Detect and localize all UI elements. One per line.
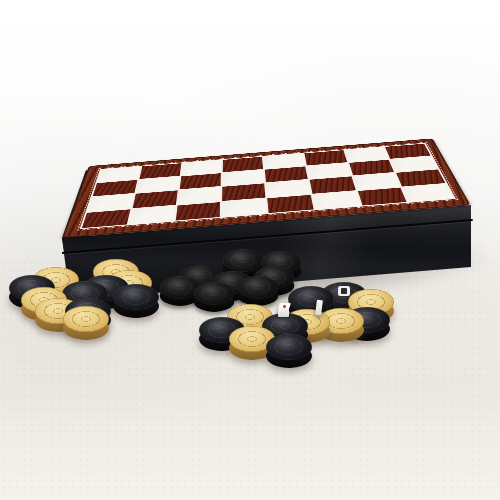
checker-piece-cream[interactable] <box>63 306 109 340</box>
checker-top <box>63 306 109 332</box>
checker-piece-black[interactable] <box>113 284 159 318</box>
board-square <box>267 195 313 213</box>
checker-top <box>113 284 159 310</box>
die-pip <box>283 305 286 308</box>
board-square <box>175 202 220 221</box>
product-photo-scene <box>0 0 500 500</box>
board-square <box>402 184 453 202</box>
checker-top <box>238 276 278 299</box>
checker-top <box>194 282 234 305</box>
checker-piece-black[interactable] <box>266 334 312 368</box>
board-square <box>357 187 406 205</box>
checker-top <box>266 334 312 360</box>
board-square <box>222 198 267 217</box>
mini-die[interactable] <box>278 303 290 318</box>
mini-die[interactable] <box>316 300 322 315</box>
die-front-face <box>278 308 289 317</box>
die-front-face <box>315 300 323 316</box>
case-lid <box>49 50 470 238</box>
board-square <box>312 191 360 209</box>
checker-piece-black[interactable] <box>238 276 278 306</box>
board-square <box>129 205 176 224</box>
board-square <box>82 209 130 228</box>
